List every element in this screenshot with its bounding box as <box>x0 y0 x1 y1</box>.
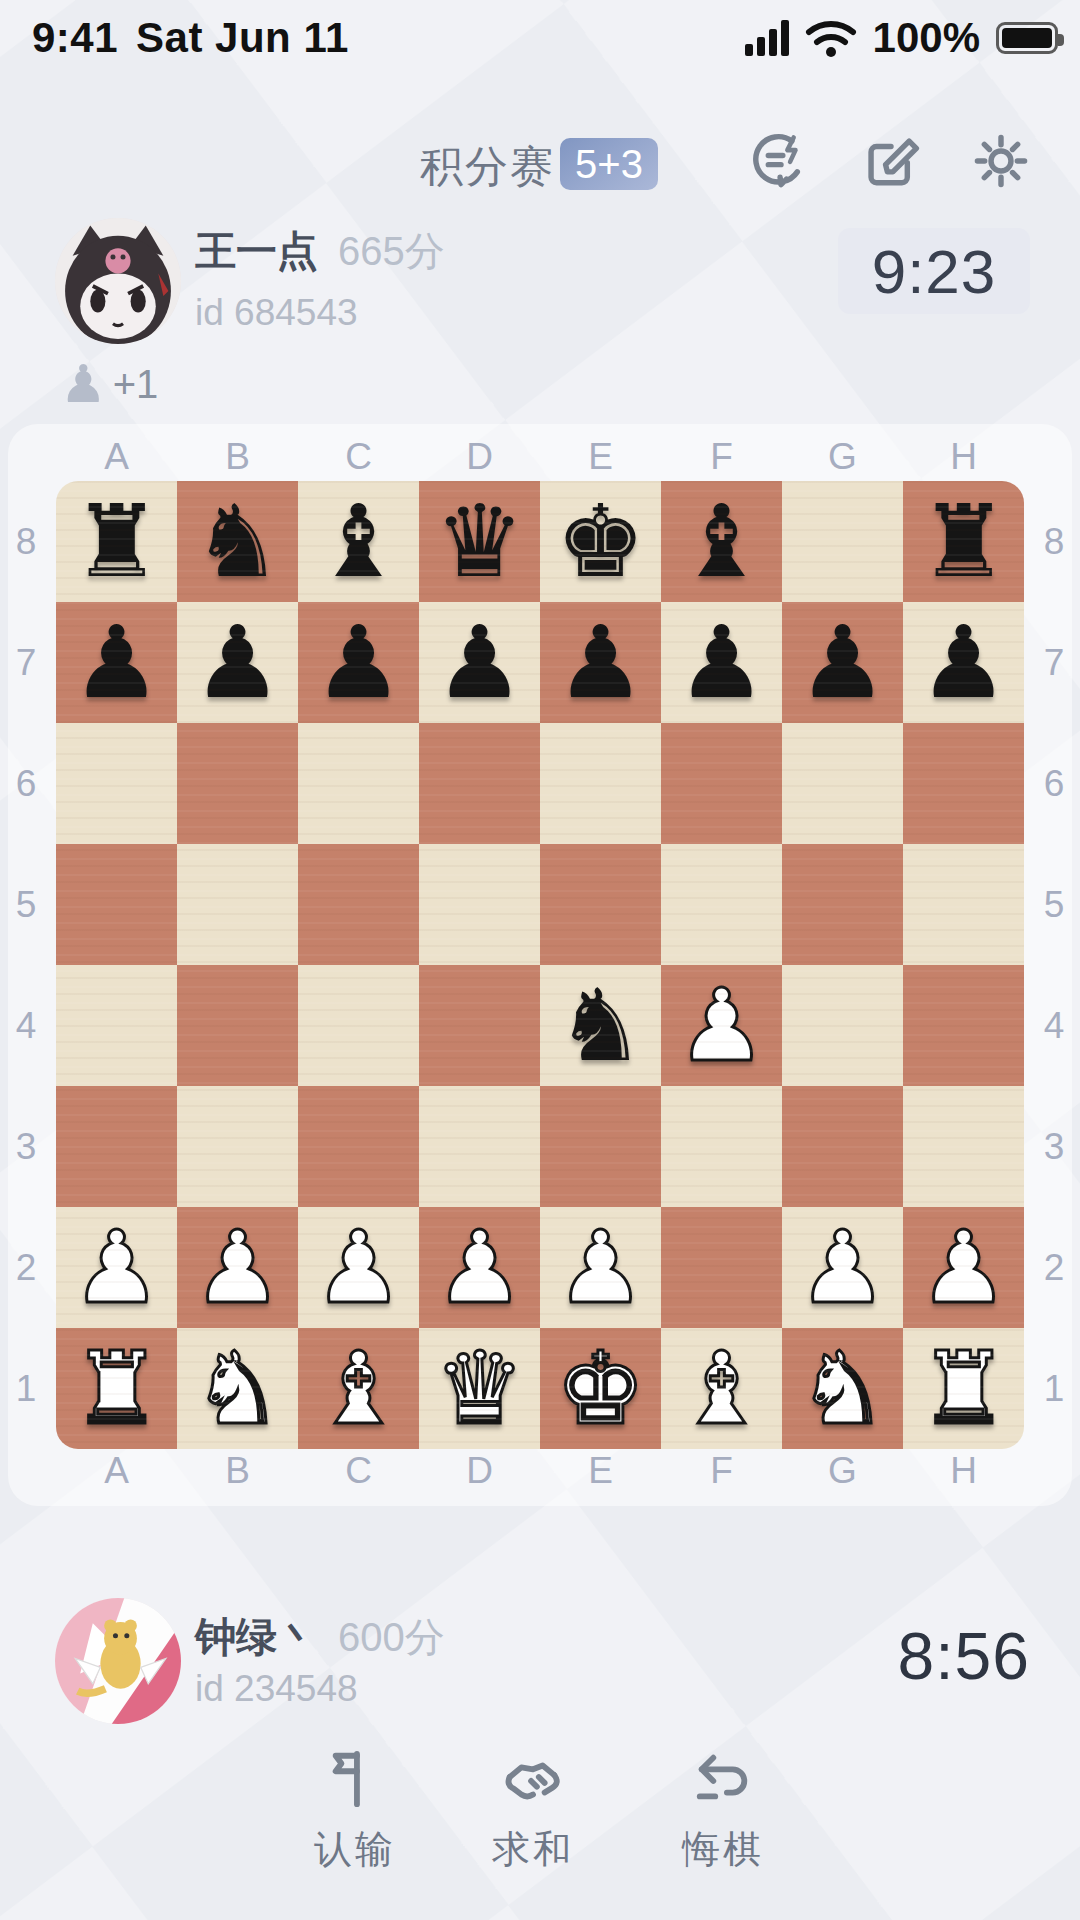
square-h4[interactable] <box>903 965 1024 1086</box>
square-d4[interactable] <box>419 965 540 1086</box>
player-rating: 600分 <box>338 1610 445 1665</box>
piece-black-pawn-c7[interactable]: ♟ <box>314 613 404 713</box>
piece-black-pawn-g7[interactable]: ♟ <box>798 613 888 713</box>
square-a1[interactable]: ♜ <box>56 1328 177 1449</box>
file-label-a: A <box>56 1450 177 1492</box>
square-b2[interactable]: ♟ <box>177 1207 298 1328</box>
square-d3[interactable] <box>419 1086 540 1207</box>
piece-black-knight-b8[interactable]: ♞ <box>193 492 283 592</box>
square-g5[interactable] <box>782 844 903 965</box>
status-time: 9:41 <box>32 14 118 62</box>
resign-button[interactable]: 认输 <box>280 1748 430 1875</box>
square-c6[interactable] <box>298 723 419 844</box>
square-d1[interactable]: ♛ <box>419 1328 540 1449</box>
square-c1[interactable]: ♝ <box>298 1328 419 1449</box>
piece-white-rook-a1[interactable]: ♜ <box>72 1339 162 1439</box>
piece-white-pawn-f4[interactable]: ♟ <box>677 976 767 1076</box>
square-h8[interactable]: ♜ <box>903 481 1024 602</box>
square-a8[interactable]: ♜ <box>56 481 177 602</box>
battery-icon <box>996 22 1058 54</box>
square-f5[interactable] <box>661 844 782 965</box>
piece-black-pawn-f7[interactable]: ♟ <box>677 613 767 713</box>
piece-black-king-e8[interactable]: ♚ <box>556 492 646 592</box>
status-bar: 9:41 Sat Jun 11 100% <box>0 8 1080 60</box>
piece-white-pawn-a2[interactable]: ♟ <box>72 1218 162 1318</box>
file-label-g: G <box>782 436 903 478</box>
file-label-c: C <box>298 1450 419 1492</box>
square-g6[interactable] <box>782 723 903 844</box>
square-c5[interactable] <box>298 844 419 965</box>
wifi-icon <box>805 18 857 58</box>
square-f1[interactable]: ♝ <box>661 1328 782 1449</box>
rank-labels-left: 87654321 <box>8 481 44 1449</box>
square-e3[interactable] <box>540 1086 661 1207</box>
square-g3[interactable] <box>782 1086 903 1207</box>
piece-white-bishop-f1[interactable]: ♝ <box>677 1339 767 1439</box>
player-avatar[interactable] <box>55 1598 181 1724</box>
player-clock: 8:56 <box>838 1616 1030 1696</box>
rank-label-8: 8 <box>8 481 44 602</box>
square-d8[interactable]: ♛ <box>419 481 540 602</box>
square-e7[interactable]: ♟ <box>540 602 661 723</box>
piece-white-knight-b1[interactable]: ♞ <box>193 1339 283 1439</box>
square-h1[interactable]: ♜ <box>903 1328 1024 1449</box>
rank-label-4: 4 <box>8 965 44 1086</box>
file-label-b: B <box>177 1450 298 1492</box>
rank-label-6: 6 <box>1036 723 1072 844</box>
rank-label-3: 3 <box>1036 1086 1072 1207</box>
square-g1[interactable]: ♞ <box>782 1328 903 1449</box>
rank-label-8: 8 <box>1036 481 1072 602</box>
file-label-e: E <box>540 436 661 478</box>
rank-label-1: 1 <box>8 1328 44 1449</box>
file-labels-bottom: ABCDEFGH <box>56 1450 1024 1488</box>
piece-black-rook-h8[interactable]: ♜ <box>919 492 1009 592</box>
square-a7[interactable]: ♟ <box>56 602 177 723</box>
settings-gear-icon[interactable] <box>972 132 1030 194</box>
piece-white-knight-g1[interactable]: ♞ <box>798 1339 888 1439</box>
square-f3[interactable] <box>661 1086 782 1207</box>
square-f7[interactable]: ♟ <box>661 602 782 723</box>
square-c4[interactable] <box>298 965 419 1086</box>
file-label-e: E <box>540 1450 661 1492</box>
rank-label-1: 1 <box>1036 1328 1072 1449</box>
rank-label-5: 5 <box>1036 844 1072 965</box>
square-a3[interactable] <box>56 1086 177 1207</box>
square-a5[interactable] <box>56 844 177 965</box>
rank-label-2: 2 <box>8 1207 44 1328</box>
square-b3[interactable] <box>177 1086 298 1207</box>
piece-black-pawn-e7[interactable]: ♟ <box>556 613 646 713</box>
handshake-icon <box>502 1748 564 1810</box>
piece-white-bishop-c1[interactable]: ♝ <box>314 1339 404 1439</box>
file-label-f: F <box>661 436 782 478</box>
piece-white-pawn-c2[interactable]: ♟ <box>314 1218 404 1318</box>
undo-icon <box>692 1748 754 1810</box>
signal-icon <box>745 20 789 56</box>
flag-icon <box>324 1748 386 1810</box>
square-d5[interactable] <box>419 844 540 965</box>
square-e2[interactable]: ♟ <box>540 1207 661 1328</box>
piece-black-pawn-a7[interactable]: ♟ <box>72 613 162 713</box>
square-b8[interactable]: ♞ <box>177 481 298 602</box>
rank-label-6: 6 <box>8 723 44 844</box>
file-label-h: H <box>903 436 1024 478</box>
piece-white-pawn-e2[interactable]: ♟ <box>556 1218 646 1318</box>
square-h7[interactable]: ♟ <box>903 602 1024 723</box>
file-labels-top: ABCDEFGH <box>56 436 1024 474</box>
piece-black-pawn-d7[interactable]: ♟ <box>435 613 525 713</box>
square-f6[interactable] <box>661 723 782 844</box>
captured-count: +1 <box>113 362 159 407</box>
rank-label-2: 2 <box>1036 1207 1072 1328</box>
square-e6[interactable] <box>540 723 661 844</box>
square-f4[interactable]: ♟ <box>661 965 782 1086</box>
captured-pawn-icon: ♟ <box>60 352 107 416</box>
square-g8[interactable] <box>782 481 903 602</box>
square-b1[interactable]: ♞ <box>177 1328 298 1449</box>
square-b7[interactable]: ♟ <box>177 602 298 723</box>
rank-labels-right: 87654321 <box>1036 481 1072 1449</box>
file-label-d: D <box>419 1450 540 1492</box>
piece-black-knight-e4[interactable]: ♞ <box>556 976 646 1076</box>
square-f8[interactable]: ♝ <box>661 481 782 602</box>
square-c7[interactable]: ♟ <box>298 602 419 723</box>
piece-black-bishop-f8[interactable]: ♝ <box>677 492 767 592</box>
square-f2[interactable] <box>661 1207 782 1328</box>
square-g2[interactable]: ♟ <box>782 1207 903 1328</box>
opponent-rating: 665分 <box>338 224 445 279</box>
file-label-f: F <box>661 1450 782 1492</box>
square-a4[interactable] <box>56 965 177 1086</box>
rank-label-3: 3 <box>8 1086 44 1207</box>
piece-white-pawn-g2[interactable]: ♟ <box>798 1218 888 1318</box>
battery-percent: 100% <box>873 14 980 62</box>
piece-black-bishop-c8[interactable]: ♝ <box>314 492 404 592</box>
piece-white-pawn-b2[interactable]: ♟ <box>193 1218 283 1318</box>
square-a6[interactable] <box>56 723 177 844</box>
square-c2[interactable]: ♟ <box>298 1207 419 1328</box>
piece-white-pawn-d2[interactable]: ♟ <box>435 1218 525 1318</box>
file-label-b: B <box>177 436 298 478</box>
action-bar: 认输 求和 悔棋 <box>0 1748 1080 1888</box>
rank-label-5: 5 <box>8 844 44 965</box>
captured-material-indicator: ♟ +1 <box>60 352 158 416</box>
square-c8[interactable]: ♝ <box>298 481 419 602</box>
file-label-g: G <box>782 1450 903 1492</box>
square-a2[interactable]: ♟ <box>56 1207 177 1328</box>
square-e4[interactable]: ♞ <box>540 965 661 1086</box>
square-h3[interactable] <box>903 1086 1024 1207</box>
chess-board[interactable]: ♜♞♝♛♚♝♜♟♟♟♟♟♟♟♟♞♟♟♟♟♟♟♟♟♜♞♝♛♚♝♞♜ <box>56 481 1024 1449</box>
takeback-button[interactable]: 悔棋 <box>648 1748 798 1875</box>
square-g7[interactable]: ♟ <box>782 602 903 723</box>
opponent-name: 王一点 <box>195 224 318 279</box>
offer-draw-button[interactable]: 求和 <box>458 1748 608 1875</box>
square-b4[interactable] <box>177 965 298 1086</box>
analysis-chat-icon[interactable] <box>752 132 810 194</box>
square-e5[interactable] <box>540 844 661 965</box>
opponent-id: id 684543 <box>195 292 358 334</box>
square-b6[interactable] <box>177 723 298 844</box>
file-label-a: A <box>56 436 177 478</box>
square-d7[interactable]: ♟ <box>419 602 540 723</box>
player-name: 钟绿丶 <box>195 1610 318 1665</box>
piece-black-rook-a8[interactable]: ♜ <box>72 492 162 592</box>
file-label-c: C <box>298 436 419 478</box>
square-d6[interactable] <box>419 723 540 844</box>
piece-black-pawn-h7[interactable]: ♟ <box>919 613 1009 713</box>
rank-label-7: 7 <box>8 602 44 723</box>
time-control-badge: 5+3 <box>560 138 658 190</box>
square-c3[interactable] <box>298 1086 419 1207</box>
square-h2[interactable]: ♟ <box>903 1207 1024 1328</box>
piece-black-queen-d8[interactable]: ♛ <box>435 492 525 592</box>
piece-white-rook-h1[interactable]: ♜ <box>919 1339 1009 1439</box>
status-date: Sat Jun 11 <box>136 14 349 62</box>
square-b5[interactable] <box>177 844 298 965</box>
opponent-avatar[interactable] <box>55 218 181 344</box>
game-mode-label: 积分赛 <box>420 138 555 196</box>
square-e8[interactable]: ♚ <box>540 481 661 602</box>
rank-label-7: 7 <box>1036 602 1072 723</box>
square-d2[interactable]: ♟ <box>419 1207 540 1328</box>
square-e1[interactable]: ♚ <box>540 1328 661 1449</box>
file-label-h: H <box>903 1450 1024 1492</box>
piece-white-king-e1[interactable]: ♚ <box>556 1339 646 1439</box>
piece-black-pawn-b7[interactable]: ♟ <box>193 613 283 713</box>
square-h5[interactable] <box>903 844 1024 965</box>
file-label-d: D <box>419 436 540 478</box>
piece-white-queen-d1[interactable]: ♛ <box>435 1339 525 1439</box>
opponent-clock: 9:23 <box>838 228 1030 314</box>
square-g4[interactable] <box>782 965 903 1086</box>
player-id: id 234548 <box>195 1668 358 1710</box>
rank-label-4: 4 <box>1036 965 1072 1086</box>
piece-white-pawn-h2[interactable]: ♟ <box>919 1218 1009 1318</box>
edit-icon[interactable] <box>862 132 920 194</box>
square-h6[interactable] <box>903 723 1024 844</box>
